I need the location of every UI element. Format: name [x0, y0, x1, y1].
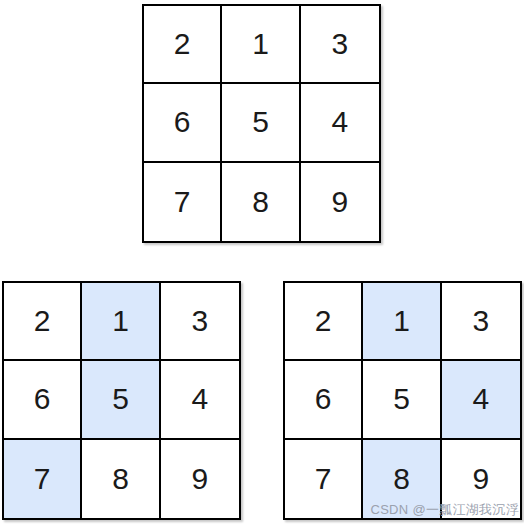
cell: 9 — [161, 440, 239, 518]
cell: 2 — [4, 283, 82, 361]
grid-path-1-5-7: 2 1 3 6 5 4 7 8 9 — [2, 281, 241, 520]
cell: 8 — [82, 440, 160, 518]
cell: 6 — [285, 361, 363, 439]
cell-highlighted: 1 — [82, 283, 160, 361]
cell: 2 — [144, 6, 222, 84]
cell: 5 — [363, 361, 441, 439]
grid-original: 2 1 3 6 5 4 7 8 9 — [142, 4, 381, 243]
cell: 4 — [161, 361, 239, 439]
watermark: CSDN @一瓢江湖我沉浮 — [370, 503, 519, 517]
cell: 2 — [285, 283, 363, 361]
cell-highlighted: 4 — [442, 361, 520, 439]
cell: 5 — [222, 84, 300, 162]
cell: 8 — [222, 163, 300, 241]
cell: 3 — [301, 6, 379, 84]
cell: 9 — [301, 163, 379, 241]
cell-highlighted: 5 — [82, 361, 160, 439]
cell: 7 — [285, 440, 363, 518]
cell-highlighted: 1 — [363, 283, 441, 361]
grid-path-1-4-8: 2 1 3 6 5 4 7 8 9 — [283, 281, 522, 520]
cell: 3 — [442, 283, 520, 361]
cell: 6 — [144, 84, 222, 162]
cell: 6 — [4, 361, 82, 439]
diagram-canvas: 2 1 3 6 5 4 7 8 9 2 1 3 6 5 4 7 8 9 2 1 … — [0, 0, 524, 525]
cell: 4 — [301, 84, 379, 162]
cell: 3 — [161, 283, 239, 361]
cell-highlighted: 7 — [4, 440, 82, 518]
cell: 1 — [222, 6, 300, 84]
cell: 7 — [144, 163, 222, 241]
